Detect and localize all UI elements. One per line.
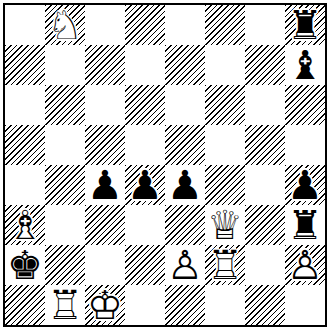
square-d5[interactable] (125, 125, 165, 165)
square-e3[interactable] (165, 205, 205, 245)
white-knight-b8[interactable]: ♞♘ (45, 5, 85, 45)
black-king-a2[interactable]: ♚♚ (5, 245, 45, 285)
square-h4[interactable]: ♟♟ (285, 165, 325, 205)
square-g3[interactable] (245, 205, 285, 245)
square-c4[interactable]: ♟♟ (85, 165, 125, 205)
square-e4[interactable]: ♟♟ (165, 165, 205, 205)
square-h5[interactable] (285, 125, 325, 165)
square-g8[interactable] (245, 5, 285, 45)
piece-glyph: ♘ (47, 5, 83, 45)
square-d6[interactable] (125, 85, 165, 125)
square-f8[interactable] (205, 5, 245, 45)
square-a8[interactable] (5, 5, 45, 45)
piece-glyph: ♔ (87, 285, 123, 325)
square-f6[interactable] (205, 85, 245, 125)
square-e2[interactable]: ♟♙ (165, 245, 205, 285)
square-d8[interactable] (125, 5, 165, 45)
piece-glyph: ♟ (127, 165, 163, 205)
piece-glyph: ♙ (287, 245, 323, 285)
black-pawn-e4[interactable]: ♟♟ (165, 165, 205, 205)
square-b8[interactable]: ♞♘ (45, 5, 85, 45)
piece-glyph: ♜ (287, 5, 323, 45)
piece-glyph: ♜ (287, 205, 323, 245)
square-h6[interactable] (285, 85, 325, 125)
square-a5[interactable] (5, 125, 45, 165)
black-pawn-c4[interactable]: ♟♟ (85, 165, 125, 205)
piece-glyph: ♖ (207, 245, 243, 285)
square-c3[interactable] (85, 205, 125, 245)
chess-board: ♞♘♜♜♝♝♟♟♟♟♟♟♟♟♝♗♛♕♜♜♚♚♟♙♜♖♟♙♜♖♚♔ (5, 5, 325, 325)
square-c5[interactable] (85, 125, 125, 165)
square-e5[interactable] (165, 125, 205, 165)
square-d4[interactable]: ♟♟ (125, 165, 165, 205)
square-h7[interactable]: ♝♝ (285, 45, 325, 85)
square-f4[interactable] (205, 165, 245, 205)
square-d7[interactable] (125, 45, 165, 85)
square-f1[interactable] (205, 285, 245, 325)
black-rook-h3[interactable]: ♜♜ (285, 205, 325, 245)
square-a1[interactable] (5, 285, 45, 325)
piece-glyph: ♗ (7, 205, 43, 245)
piece-glyph: ♙ (167, 245, 203, 285)
square-b4[interactable] (45, 165, 85, 205)
chess-diagram: ♞♘♜♜♝♝♟♟♟♟♟♟♟♟♝♗♛♕♜♜♚♚♟♙♜♖♟♙♜♖♚♔ (0, 0, 332, 332)
square-b7[interactable] (45, 45, 85, 85)
square-a3[interactable]: ♝♗ (5, 205, 45, 245)
square-a7[interactable] (5, 45, 45, 85)
square-f7[interactable] (205, 45, 245, 85)
square-c2[interactable] (85, 245, 125, 285)
piece-glyph: ♟ (287, 165, 323, 205)
board-frame: ♞♘♜♜♝♝♟♟♟♟♟♟♟♟♝♗♛♕♜♜♚♚♟♙♜♖♟♙♜♖♚♔ (3, 3, 327, 327)
square-d1[interactable] (125, 285, 165, 325)
square-h8[interactable]: ♜♜ (285, 5, 325, 45)
square-h1[interactable] (285, 285, 325, 325)
square-e6[interactable] (165, 85, 205, 125)
black-rook-h8[interactable]: ♜♜ (285, 5, 325, 45)
square-e8[interactable] (165, 5, 205, 45)
white-pawn-e2[interactable]: ♟♙ (165, 245, 205, 285)
square-d3[interactable] (125, 205, 165, 245)
square-a6[interactable] (5, 85, 45, 125)
square-c7[interactable] (85, 45, 125, 85)
square-g1[interactable] (245, 285, 285, 325)
square-a4[interactable] (5, 165, 45, 205)
square-f2[interactable]: ♜♖ (205, 245, 245, 285)
piece-glyph: ♟ (167, 165, 203, 205)
black-bishop-h7[interactable]: ♝♝ (285, 45, 325, 85)
square-g4[interactable] (245, 165, 285, 205)
square-e1[interactable] (165, 285, 205, 325)
square-b1[interactable]: ♜♖ (45, 285, 85, 325)
piece-glyph: ♝ (287, 45, 323, 85)
square-g7[interactable] (245, 45, 285, 85)
square-b3[interactable] (45, 205, 85, 245)
square-d2[interactable] (125, 245, 165, 285)
square-f3[interactable]: ♛♕ (205, 205, 245, 245)
square-g5[interactable] (245, 125, 285, 165)
square-c6[interactable] (85, 85, 125, 125)
square-g2[interactable] (245, 245, 285, 285)
square-h2[interactable]: ♟♙ (285, 245, 325, 285)
piece-glyph: ♟ (87, 165, 123, 205)
square-h3[interactable]: ♜♜ (285, 205, 325, 245)
white-rook-f2[interactable]: ♜♖ (205, 245, 245, 285)
piece-glyph: ♚ (7, 245, 43, 285)
square-b5[interactable] (45, 125, 85, 165)
square-a2[interactable]: ♚♚ (5, 245, 45, 285)
square-g6[interactable] (245, 85, 285, 125)
black-pawn-d4[interactable]: ♟♟ (125, 165, 165, 205)
square-f5[interactable] (205, 125, 245, 165)
white-pawn-h2[interactable]: ♟♙ (285, 245, 325, 285)
piece-glyph: ♕ (207, 205, 243, 245)
white-queen-f3[interactable]: ♛♕ (205, 205, 245, 245)
square-c1[interactable]: ♚♔ (85, 285, 125, 325)
square-c8[interactable] (85, 5, 125, 45)
white-rook-b1[interactable]: ♜♖ (45, 285, 85, 325)
square-b6[interactable] (45, 85, 85, 125)
piece-glyph: ♖ (47, 285, 83, 325)
square-b2[interactable] (45, 245, 85, 285)
white-king-c1[interactable]: ♚♔ (85, 285, 125, 325)
black-pawn-h4[interactable]: ♟♟ (285, 165, 325, 205)
white-bishop-a3[interactable]: ♝♗ (5, 205, 45, 245)
square-e7[interactable] (165, 45, 205, 85)
